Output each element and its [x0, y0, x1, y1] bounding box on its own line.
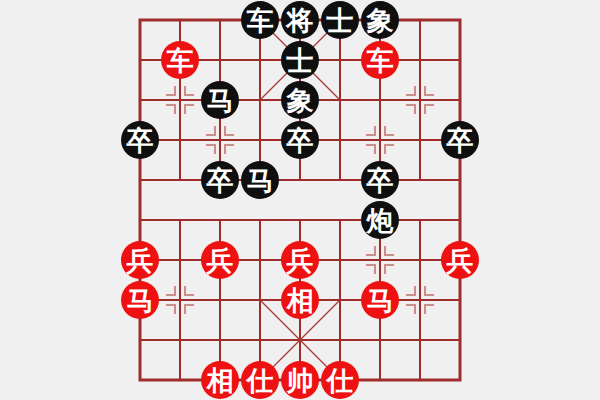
point-marker — [185, 305, 194, 314]
piece-black-pawn[interactable]: 卒 — [201, 161, 239, 199]
point-marker — [225, 126, 234, 135]
piece-black-pawn[interactable]: 卒 — [281, 121, 319, 159]
point-marker — [406, 86, 415, 95]
point-marker — [206, 126, 215, 135]
piece-red-pawn[interactable]: 兵 — [121, 241, 159, 279]
point-marker — [406, 305, 415, 314]
point-marker — [366, 126, 375, 135]
piece-black-elephant[interactable]: 象 — [361, 1, 399, 39]
point-marker — [425, 305, 434, 314]
piece-red-rook[interactable]: 车 — [161, 41, 199, 79]
point-marker — [385, 126, 394, 135]
piece-black-advisor[interactable]: 士 — [281, 41, 319, 79]
point-marker — [206, 145, 215, 154]
point-marker — [385, 265, 394, 274]
point-marker — [425, 105, 434, 114]
piece-red-horse[interactable]: 马 — [361, 281, 399, 319]
point-marker — [425, 286, 434, 295]
point-marker — [366, 265, 375, 274]
piece-red-advisor[interactable]: 仕 — [241, 361, 279, 399]
piece-black-cannon[interactable]: 炮 — [361, 201, 399, 239]
point-marker — [425, 86, 434, 95]
piece-black-elephant[interactable]: 象 — [281, 81, 319, 119]
point-marker — [406, 105, 415, 114]
piece-red-elephant[interactable]: 相 — [201, 361, 239, 399]
point-marker — [385, 246, 394, 255]
point-marker — [366, 246, 375, 255]
piece-black-pawn[interactable]: 卒 — [121, 121, 159, 159]
piece-red-pawn[interactable]: 兵 — [441, 241, 479, 279]
point-marker — [185, 86, 194, 95]
point-marker — [406, 286, 415, 295]
piece-black-horse[interactable]: 马 — [241, 161, 279, 199]
point-marker — [185, 105, 194, 114]
piece-red-pawn[interactable]: 兵 — [281, 241, 319, 279]
piece-black-advisor[interactable]: 士 — [321, 1, 359, 39]
point-marker — [166, 286, 175, 295]
point-marker — [385, 145, 394, 154]
piece-red-horse[interactable]: 马 — [121, 281, 159, 319]
point-marker — [366, 145, 375, 154]
point-marker — [225, 145, 234, 154]
point-marker — [185, 286, 194, 295]
xiangqi-board[interactable]: 车将士象车士车马象卒卒卒卒马卒炮兵兵兵兵马相马相仕帅仕 — [0, 0, 600, 400]
point-marker — [166, 86, 175, 95]
piece-red-pawn[interactable]: 兵 — [201, 241, 239, 279]
piece-black-rook[interactable]: 车 — [241, 1, 279, 39]
point-marker — [166, 105, 175, 114]
piece-black-horse[interactable]: 马 — [201, 81, 239, 119]
piece-black-pawn[interactable]: 卒 — [361, 161, 399, 199]
point-marker — [166, 305, 175, 314]
piece-black-pawn[interactable]: 卒 — [441, 121, 479, 159]
piece-red-elephant[interactable]: 相 — [281, 281, 319, 319]
piece-red-king[interactable]: 帅 — [281, 361, 319, 399]
piece-red-rook[interactable]: 车 — [361, 41, 399, 79]
piece-black-king[interactable]: 将 — [281, 1, 319, 39]
piece-red-advisor[interactable]: 仕 — [321, 361, 359, 399]
